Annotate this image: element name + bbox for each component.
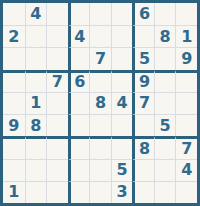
cell-r8c6[interactable]: 5 xyxy=(111,159,133,181)
cell-r9c5[interactable] xyxy=(89,181,111,203)
cell-r1c8[interactable] xyxy=(154,3,176,25)
cell-r5c2[interactable]: 1 xyxy=(25,92,47,114)
cell-r4c4[interactable]: 6 xyxy=(68,70,90,92)
cell-r3c5[interactable]: 7 xyxy=(89,47,111,69)
cell-r4c9[interactable] xyxy=(175,70,197,92)
cell-r8c8[interactable] xyxy=(154,159,176,181)
cell-r4c8[interactable] xyxy=(154,70,176,92)
cell-r8c7[interactable] xyxy=(132,159,154,181)
cell-r6c2[interactable]: 8 xyxy=(25,114,47,136)
cell-r2c1[interactable]: 2 xyxy=(3,25,25,47)
cell-r8c2[interactable] xyxy=(25,159,47,181)
cell-r1c6[interactable] xyxy=(111,3,133,25)
cell-r6c1[interactable]: 9 xyxy=(3,114,25,136)
cell-r4c5[interactable] xyxy=(89,70,111,92)
cell-r9c9[interactable] xyxy=(175,181,197,203)
cell-r9c1[interactable]: 1 xyxy=(3,181,25,203)
cell-r1c7[interactable]: 6 xyxy=(132,3,154,25)
cell-r7c5[interactable] xyxy=(89,136,111,158)
cell-r8c1[interactable] xyxy=(3,159,25,181)
cell-r2c3[interactable] xyxy=(46,25,68,47)
cell-r5c7[interactable]: 7 xyxy=(132,92,154,114)
cell-r4c6[interactable] xyxy=(111,70,133,92)
cell-r7c1[interactable] xyxy=(3,136,25,158)
cell-r9c3[interactable] xyxy=(46,181,68,203)
cell-r7c7[interactable]: 8 xyxy=(132,136,154,158)
cell-r3c7[interactable]: 5 xyxy=(132,47,154,69)
cell-r9c4[interactable] xyxy=(68,181,90,203)
cell-r7c2[interactable] xyxy=(25,136,47,158)
cell-r5c8[interactable] xyxy=(154,92,176,114)
cell-r6c9[interactable] xyxy=(175,114,197,136)
cell-r8c3[interactable] xyxy=(46,159,68,181)
cell-r3c8[interactable] xyxy=(154,47,176,69)
cell-r1c1[interactable] xyxy=(3,3,25,25)
cell-r6c5[interactable] xyxy=(89,114,111,136)
cell-r7c9[interactable]: 7 xyxy=(175,136,197,158)
cell-r5c4[interactable] xyxy=(68,92,90,114)
cell-r3c6[interactable] xyxy=(111,47,133,69)
cell-r6c3[interactable] xyxy=(46,114,68,136)
cell-r1c9[interactable] xyxy=(175,3,197,25)
cell-r6c4[interactable] xyxy=(68,114,90,136)
cell-r5c9[interactable] xyxy=(175,92,197,114)
cell-r5c5[interactable]: 8 xyxy=(89,92,111,114)
cell-r1c2[interactable]: 4 xyxy=(25,3,47,25)
cell-r7c8[interactable] xyxy=(154,136,176,158)
cell-r6c6[interactable] xyxy=(111,114,133,136)
cell-r6c7[interactable] xyxy=(132,114,154,136)
cell-r3c9[interactable]: 9 xyxy=(175,47,197,69)
cell-r9c2[interactable] xyxy=(25,181,47,203)
cell-r2c5[interactable] xyxy=(89,25,111,47)
cell-r7c4[interactable] xyxy=(68,136,90,158)
cell-r5c6[interactable]: 4 xyxy=(111,92,133,114)
cell-r8c9[interactable]: 4 xyxy=(175,159,197,181)
cell-r7c3[interactable] xyxy=(46,136,68,158)
sudoku-board: 4624817597691847985875413 xyxy=(0,0,200,206)
cell-r2c4[interactable]: 4 xyxy=(68,25,90,47)
cell-r9c6[interactable]: 3 xyxy=(111,181,133,203)
cell-r3c3[interactable] xyxy=(46,47,68,69)
cell-r1c3[interactable] xyxy=(46,3,68,25)
cell-r4c2[interactable] xyxy=(25,70,47,92)
cell-r2c2[interactable] xyxy=(25,25,47,47)
cell-r4c1[interactable] xyxy=(3,70,25,92)
cell-r5c1[interactable] xyxy=(3,92,25,114)
cell-r3c1[interactable] xyxy=(3,47,25,69)
cell-r2c6[interactable] xyxy=(111,25,133,47)
cell-r2c9[interactable]: 1 xyxy=(175,25,197,47)
cell-r2c8[interactable]: 8 xyxy=(154,25,176,47)
cell-r6c8[interactable]: 5 xyxy=(154,114,176,136)
cell-r9c8[interactable] xyxy=(154,181,176,203)
cell-r3c2[interactable] xyxy=(25,47,47,69)
cell-r8c5[interactable] xyxy=(89,159,111,181)
cell-r1c4[interactable] xyxy=(68,3,90,25)
cell-r1c5[interactable] xyxy=(89,3,111,25)
cell-r7c6[interactable] xyxy=(111,136,133,158)
cell-r4c7[interactable]: 9 xyxy=(132,70,154,92)
cell-r9c7[interactable] xyxy=(132,181,154,203)
cell-r3c4[interactable] xyxy=(68,47,90,69)
cell-r8c4[interactable] xyxy=(68,159,90,181)
cell-r5c3[interactable] xyxy=(46,92,68,114)
cell-r4c3[interactable]: 7 xyxy=(46,70,68,92)
cell-r2c7[interactable] xyxy=(132,25,154,47)
